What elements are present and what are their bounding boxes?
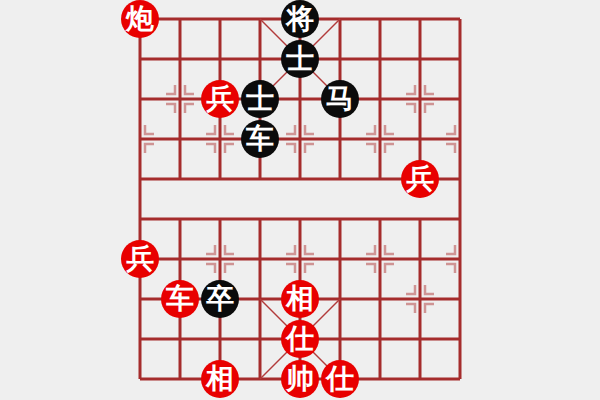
- piece-red-pawn[interactable]: 兵: [121, 240, 159, 278]
- piece-red-chariot[interactable]: 车: [161, 280, 199, 318]
- piece-red-elephant[interactable]: 相: [281, 280, 319, 318]
- piece-red-pawn[interactable]: 兵: [201, 80, 239, 118]
- piece-red-general[interactable]: 帅: [281, 360, 319, 398]
- piece-black-advisor[interactable]: 士: [281, 40, 319, 78]
- piece-red-cannon[interactable]: 炮: [121, 0, 159, 38]
- piece-black-horse[interactable]: 马: [321, 80, 359, 118]
- piece-red-pawn[interactable]: 兵: [401, 160, 439, 198]
- piece-red-elephant[interactable]: 相: [201, 360, 239, 398]
- piece-black-chariot[interactable]: 车: [241, 120, 279, 158]
- piece-red-advisor[interactable]: 仕: [281, 320, 319, 358]
- piece-red-advisor[interactable]: 仕: [321, 360, 359, 398]
- piece-black-advisor[interactable]: 士: [241, 80, 279, 118]
- piece-black-general[interactable]: 将: [281, 0, 319, 38]
- xiangqi-board-screenshot: 炮将士兵士马车兵兵车卒相仕相帅仕: [0, 0, 600, 400]
- piece-black-pawn[interactable]: 卒: [201, 280, 239, 318]
